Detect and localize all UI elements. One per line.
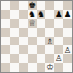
- square-h6[interactable]: [63, 19, 72, 28]
- chess-board: ♚♞♞♟♟♕♗♙♙♔: [0, 0, 73, 73]
- square-c5[interactable]: [19, 28, 28, 37]
- square-b7[interactable]: [10, 10, 19, 19]
- square-c3[interactable]: [19, 45, 28, 54]
- square-d7[interactable]: ♞: [28, 10, 37, 19]
- square-b8[interactable]: [10, 1, 19, 10]
- white-king-piece: ♔: [46, 63, 54, 72]
- square-d4[interactable]: [28, 37, 37, 46]
- square-g3[interactable]: [54, 45, 63, 54]
- square-a5[interactable]: [1, 28, 10, 37]
- square-d3[interactable]: [28, 45, 37, 54]
- square-e6[interactable]: [37, 19, 46, 28]
- square-f3[interactable]: [45, 45, 54, 54]
- square-h2[interactable]: [63, 54, 72, 63]
- square-a3[interactable]: [1, 45, 10, 54]
- square-g8[interactable]: [54, 1, 63, 10]
- white-queen-piece: ♕: [28, 19, 36, 28]
- square-c2[interactable]: [19, 54, 28, 63]
- square-f1[interactable]: ♔: [45, 63, 54, 72]
- square-g6[interactable]: [54, 19, 63, 28]
- square-e7[interactable]: ♞: [37, 10, 46, 19]
- white-pawn-piece: ♙: [64, 46, 72, 55]
- square-c8[interactable]: [19, 1, 28, 10]
- square-h5[interactable]: [63, 28, 72, 37]
- square-b5[interactable]: [10, 28, 19, 37]
- square-c4[interactable]: [19, 37, 28, 46]
- black-pawn-piece: ♟: [55, 10, 63, 19]
- square-e1[interactable]: [37, 63, 46, 72]
- white-bishop-piece: ♗: [46, 37, 54, 46]
- square-f7[interactable]: [45, 10, 54, 19]
- square-a8[interactable]: [1, 1, 10, 10]
- square-d2[interactable]: [28, 54, 37, 63]
- square-b6[interactable]: [10, 19, 19, 28]
- square-h1[interactable]: [63, 63, 72, 72]
- square-g4[interactable]: [54, 37, 63, 46]
- square-a1[interactable]: [1, 63, 10, 72]
- square-g7[interactable]: ♟: [54, 10, 63, 19]
- square-h7[interactable]: ♟: [63, 10, 72, 19]
- square-f2[interactable]: [45, 54, 54, 63]
- square-a6[interactable]: [1, 19, 10, 28]
- square-d6[interactable]: ♕: [28, 19, 37, 28]
- square-b2[interactable]: [10, 54, 19, 63]
- square-e5[interactable]: [37, 28, 46, 37]
- square-e3[interactable]: [37, 45, 46, 54]
- square-h8[interactable]: [63, 1, 72, 10]
- square-a7[interactable]: [1, 10, 10, 19]
- square-f4[interactable]: ♗: [45, 37, 54, 46]
- square-e4[interactable]: [37, 37, 46, 46]
- square-g5[interactable]: [54, 28, 63, 37]
- black-pawn-piece: ♟: [64, 10, 72, 19]
- square-c1[interactable]: [19, 63, 28, 72]
- square-b3[interactable]: [10, 45, 19, 54]
- square-h3[interactable]: ♙: [63, 45, 72, 54]
- black-knight-piece: ♞: [37, 10, 45, 19]
- square-h4[interactable]: [63, 37, 72, 46]
- black-knight-piece: ♞: [28, 10, 36, 19]
- square-d1[interactable]: [28, 63, 37, 72]
- square-f5[interactable]: [45, 28, 54, 37]
- square-f8[interactable]: [45, 1, 54, 10]
- white-pawn-piece: ♙: [55, 54, 63, 63]
- square-d8[interactable]: ♚: [28, 1, 37, 10]
- square-c6[interactable]: [19, 19, 28, 28]
- square-c7[interactable]: [19, 10, 28, 19]
- square-e2[interactable]: [37, 54, 46, 63]
- square-g1[interactable]: [54, 63, 63, 72]
- square-a2[interactable]: [1, 54, 10, 63]
- square-e8[interactable]: [37, 1, 46, 10]
- square-f6[interactable]: [45, 19, 54, 28]
- square-b1[interactable]: [10, 63, 19, 72]
- square-a4[interactable]: [1, 37, 10, 46]
- square-g2[interactable]: ♙: [54, 54, 63, 63]
- square-d5[interactable]: [28, 28, 37, 37]
- black-king-piece: ♚: [28, 1, 36, 10]
- square-b4[interactable]: [10, 37, 19, 46]
